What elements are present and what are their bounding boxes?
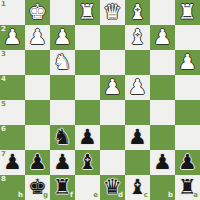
chess-board: 1♚♜♛♝♜2♟♟♟♝♟3♞♟4♟♟56♞♟♟7♟♟♟♝♟♟8hg♚f♜ed♛c… [0, 0, 200, 200]
square-b2[interactable]: ♟ [150, 25, 175, 50]
square-c4[interactable]: ♟ [125, 75, 150, 100]
square-e6[interactable]: ♟ [75, 125, 100, 150]
white-pawn[interactable]: ♟ [25, 25, 50, 50]
square-b8[interactable]: b [150, 175, 175, 200]
rank-label-4: 4 [1, 76, 6, 83]
square-c1[interactable]: ♝ [125, 0, 150, 25]
square-a6[interactable] [175, 125, 200, 150]
square-g7[interactable]: ♟ [25, 150, 50, 175]
square-g4[interactable] [25, 75, 50, 100]
white-pawn[interactable]: ♟ [100, 75, 125, 100]
white-bishop[interactable]: ♝ [125, 0, 150, 25]
black-bishop[interactable]: ♝ [75, 150, 100, 175]
file-label-e: e [93, 192, 98, 199]
square-h2[interactable]: 2♟ [0, 25, 25, 50]
white-knight[interactable]: ♞ [50, 50, 75, 75]
square-e4[interactable] [75, 75, 100, 100]
square-f5[interactable] [50, 100, 75, 125]
square-c3[interactable] [125, 50, 150, 75]
rank-label-3: 3 [1, 51, 6, 58]
white-pawn[interactable]: ♟ [50, 25, 75, 50]
black-pawn[interactable]: ♟ [125, 125, 150, 150]
square-e3[interactable] [75, 50, 100, 75]
white-rook[interactable]: ♜ [175, 0, 200, 25]
black-rook[interactable]: ♜ [175, 175, 200, 200]
rank-label-8: 8 [1, 176, 6, 183]
square-d3[interactable] [100, 50, 125, 75]
black-knight[interactable]: ♞ [50, 125, 75, 150]
square-f4[interactable] [50, 75, 75, 100]
white-pawn[interactable]: ♟ [0, 25, 25, 50]
white-queen[interactable]: ♛ [100, 0, 125, 25]
square-f3[interactable]: ♞ [50, 50, 75, 75]
square-a1[interactable]: ♜ [175, 0, 200, 25]
white-rook[interactable]: ♜ [75, 0, 100, 25]
rank-label-5: 5 [1, 101, 6, 108]
square-f6[interactable]: ♞ [50, 125, 75, 150]
square-d6[interactable] [100, 125, 125, 150]
square-a7[interactable]: ♟ [175, 150, 200, 175]
black-pawn[interactable]: ♟ [50, 150, 75, 175]
file-label-b: b [168, 192, 173, 199]
black-pawn[interactable]: ♟ [0, 150, 25, 175]
square-e8[interactable]: e [75, 175, 100, 200]
square-g2[interactable]: ♟ [25, 25, 50, 50]
white-pawn[interactable]: ♟ [150, 25, 175, 50]
square-a3[interactable]: ♟ [175, 50, 200, 75]
square-a4[interactable] [175, 75, 200, 100]
square-b7[interactable]: ♟ [150, 150, 175, 175]
square-d7[interactable] [100, 150, 125, 175]
square-h4[interactable]: 4 [0, 75, 25, 100]
square-d8[interactable]: d♛ [100, 175, 125, 200]
black-pawn[interactable]: ♟ [75, 125, 100, 150]
square-f7[interactable]: ♟ [50, 150, 75, 175]
square-d4[interactable]: ♟ [100, 75, 125, 100]
black-rook[interactable]: ♜ [50, 175, 75, 200]
square-d2[interactable] [100, 25, 125, 50]
square-a8[interactable]: a♜ [175, 175, 200, 200]
black-pawn[interactable]: ♟ [150, 150, 175, 175]
square-b1[interactable] [150, 0, 175, 25]
file-label-h: h [18, 192, 23, 199]
black-king[interactable]: ♚ [25, 175, 50, 200]
square-h3[interactable]: 3 [0, 50, 25, 75]
square-f8[interactable]: f♜ [50, 175, 75, 200]
square-e7[interactable]: ♝ [75, 150, 100, 175]
square-d1[interactable]: ♛ [100, 0, 125, 25]
square-d5[interactable] [100, 100, 125, 125]
white-pawn[interactable]: ♟ [175, 50, 200, 75]
black-pawn[interactable]: ♟ [25, 150, 50, 175]
square-h7[interactable]: 7♟ [0, 150, 25, 175]
square-g1[interactable]: ♚ [25, 0, 50, 25]
square-f2[interactable]: ♟ [50, 25, 75, 50]
square-f1[interactable] [50, 0, 75, 25]
square-g5[interactable] [25, 100, 50, 125]
white-bishop[interactable]: ♝ [125, 25, 150, 50]
square-c6[interactable]: ♟ [125, 125, 150, 150]
square-a2[interactable] [175, 25, 200, 50]
square-c5[interactable] [125, 100, 150, 125]
square-e2[interactable] [75, 25, 100, 50]
white-king[interactable]: ♚ [25, 0, 50, 25]
black-bishop[interactable]: ♝ [125, 175, 150, 200]
square-h8[interactable]: 8h [0, 175, 25, 200]
square-g8[interactable]: g♚ [25, 175, 50, 200]
square-b4[interactable] [150, 75, 175, 100]
square-h1[interactable]: 1 [0, 0, 25, 25]
square-b3[interactable] [150, 50, 175, 75]
black-queen[interactable]: ♛ [100, 175, 125, 200]
square-g3[interactable] [25, 50, 50, 75]
square-e1[interactable]: ♜ [75, 0, 100, 25]
square-b5[interactable] [150, 100, 175, 125]
square-c7[interactable] [125, 150, 150, 175]
black-pawn[interactable]: ♟ [175, 150, 200, 175]
square-h6[interactable]: 6 [0, 125, 25, 150]
rank-label-1: 1 [1, 1, 6, 8]
square-e5[interactable] [75, 100, 100, 125]
square-c8[interactable]: c♝ [125, 175, 150, 200]
square-a5[interactable] [175, 100, 200, 125]
square-h5[interactable]: 5 [0, 100, 25, 125]
square-g6[interactable] [25, 125, 50, 150]
rank-label-6: 6 [1, 126, 6, 133]
white-pawn[interactable]: ♟ [125, 75, 150, 100]
square-c2[interactable]: ♝ [125, 25, 150, 50]
square-b6[interactable] [150, 125, 175, 150]
